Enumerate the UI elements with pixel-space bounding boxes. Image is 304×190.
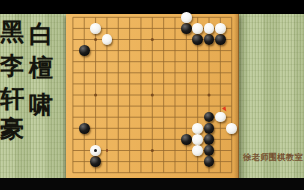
white-player-column-char: 檀 xyxy=(28,56,54,80)
black-player-column-char: 李 xyxy=(0,54,25,78)
stone-white xyxy=(204,23,215,34)
stone-white xyxy=(192,134,203,145)
stone-black xyxy=(215,34,226,45)
stone-black xyxy=(181,134,192,145)
letterbox-top xyxy=(0,0,304,14)
stone-white xyxy=(215,23,226,34)
stone-white xyxy=(192,123,203,134)
star-point xyxy=(94,94,97,97)
stone-white xyxy=(226,123,237,134)
stone-white xyxy=(102,34,113,45)
stone-black xyxy=(181,23,192,34)
star-point xyxy=(151,38,154,41)
channel-watermark: 徐老师围棋教室 xyxy=(243,152,304,163)
video-control-bar[interactable]: 0:00 xyxy=(0,178,304,190)
black-player-column-char: 豪 xyxy=(0,117,25,141)
video-frame: 黑李轩豪白檀啸 徐老师围棋教室 0:00 xyxy=(0,0,304,190)
stone-white xyxy=(181,12,192,23)
stone-black xyxy=(204,123,215,134)
star-point xyxy=(151,94,154,97)
stone-white xyxy=(192,145,203,156)
stone-white xyxy=(90,23,101,34)
stone-black xyxy=(204,145,215,156)
black-player-column-char: 黑 xyxy=(0,20,25,44)
stone-black xyxy=(204,34,215,45)
stone-black xyxy=(79,45,90,56)
stone-white xyxy=(192,23,203,34)
stone-black xyxy=(79,123,90,134)
black-player-column-char: 轩 xyxy=(0,87,25,111)
star-point xyxy=(94,38,97,41)
stone-black xyxy=(192,34,203,45)
white-player-column-char: 白 xyxy=(28,22,54,46)
star-point xyxy=(151,149,154,152)
stone-black xyxy=(90,156,101,167)
white-player-column-char: 啸 xyxy=(28,93,54,117)
stone-black xyxy=(204,134,215,145)
go-board xyxy=(66,14,239,179)
star-point xyxy=(208,94,211,97)
stone-black xyxy=(204,156,215,167)
stone-white xyxy=(215,112,226,123)
board-right-edge xyxy=(234,14,239,179)
